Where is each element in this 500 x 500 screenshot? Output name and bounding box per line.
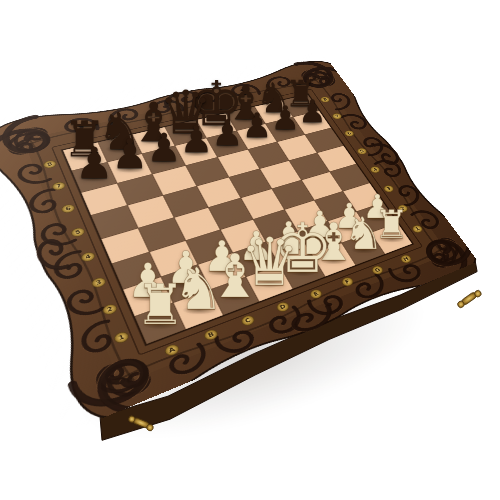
- piece-black-pawn[interactable]: ♟: [146, 128, 181, 167]
- piece-black-pawn[interactable]: ♟: [271, 102, 300, 135]
- piece-black-pawn[interactable]: ♟: [180, 121, 213, 158]
- pieces-layer: ♜♞♝♛♚♝♞♜♟♟♟♟♟♟♟♟♟♟♟♟♟♟♟♟♜♞♝♛♚♝♞♜: [0, 0, 500, 500]
- piece-black-pawn[interactable]: ♟: [75, 142, 114, 185]
- piece-black-pawn[interactable]: ♟: [298, 97, 326, 128]
- piece-black-pawn[interactable]: ♟: [211, 115, 243, 151]
- chess-set-photo: 11A22B33C44D55E66F77G88H ♜♞♝♛♚♝♞♜♟♟♟♟♟♟♟…: [0, 0, 500, 500]
- piece-black-pawn[interactable]: ♟: [112, 135, 149, 176]
- piece-white-rook[interactable]: ♜: [135, 278, 185, 334]
- piece-black-pawn[interactable]: ♟: [242, 108, 273, 142]
